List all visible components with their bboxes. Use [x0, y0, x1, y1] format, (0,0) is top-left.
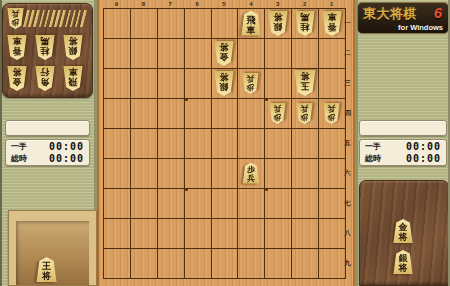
board-cell[interactable] [238, 249, 265, 279]
star-point [185, 98, 188, 101]
file-label: 1 [318, 0, 345, 8]
board-cell[interactable] [158, 189, 185, 219]
file-label: 9 [103, 0, 130, 8]
gote-clock: 一手 00:00 総時 00:00 [5, 139, 90, 166]
board-cell[interactable] [212, 219, 239, 249]
board-cell[interactable] [158, 69, 185, 99]
board-cell[interactable] [131, 39, 158, 69]
shogi-piece-桂馬[interactable]: 桂馬 [295, 11, 315, 36]
board-cell[interactable] [292, 129, 319, 159]
shogi-piece-金将[interactable]: 金将 [393, 219, 413, 243]
shogi-piece-銀将[interactable]: 銀将 [268, 11, 288, 36]
board-cell[interactable] [131, 219, 158, 249]
board-cell[interactable] [238, 219, 265, 249]
board-cell[interactable] [104, 39, 131, 69]
board-cell[interactable] [238, 99, 265, 129]
board-cell[interactable] [265, 129, 292, 159]
board-cell[interactable] [104, 159, 131, 189]
board-cell[interactable] [104, 129, 131, 159]
shogi-piece-歩兵[interactable]: 歩兵 [323, 103, 340, 124]
board-cell[interactable] [319, 159, 346, 189]
file-label: 8 [130, 0, 157, 8]
star-point [265, 98, 268, 101]
star-point [265, 188, 268, 191]
piece-box[interactable]: 王将 [8, 210, 97, 286]
board-cell[interactable] [158, 99, 185, 129]
gote-move-label: 一手 [11, 141, 27, 152]
board-cell[interactable] [319, 129, 346, 159]
shogi-piece-金将[interactable]: 金将 [214, 41, 234, 66]
board-cell[interactable] [104, 99, 131, 129]
board-cell[interactable] [265, 69, 292, 99]
shogi-piece-玉将[interactable]: 玉将 [294, 70, 316, 96]
board-cell[interactable] [212, 189, 239, 219]
board-cell[interactable] [212, 9, 239, 39]
board-cell[interactable] [131, 249, 158, 279]
shogi-piece-香車[interactable]: 香車 [7, 35, 27, 60]
shogi-piece-歩兵[interactable]: 歩兵 [242, 73, 259, 94]
board-cell[interactable] [265, 219, 292, 249]
board-cell[interactable] [319, 189, 346, 219]
board-cell[interactable] [292, 249, 319, 279]
board-cell[interactable] [319, 69, 346, 99]
board-cell[interactable] [238, 189, 265, 219]
board-cell[interactable] [292, 189, 319, 219]
board-cell[interactable] [212, 99, 239, 129]
sente-hand-tray[interactable]: 金将銀将 [359, 180, 449, 286]
board-cell[interactable] [265, 159, 292, 189]
board-cell[interactable] [265, 189, 292, 219]
shogi-piece-桂馬[interactable]: 桂馬 [35, 35, 55, 60]
sente-move-time: 00:00 [406, 141, 441, 152]
gote-total-label: 総時 [11, 153, 27, 164]
board-cell[interactable] [158, 9, 185, 39]
board-cell[interactable] [185, 189, 212, 219]
logo-version: 6 [434, 4, 442, 21]
board-cell[interactable] [265, 249, 292, 279]
board-cell[interactable] [319, 249, 346, 279]
shogi-piece-王将[interactable]: 王将 [36, 257, 57, 282]
gote-total-time: 00:00 [49, 153, 84, 164]
gote-name-plate [5, 120, 90, 136]
shogi-piece-飛車[interactable]: 飛車 [241, 11, 261, 36]
board-cell[interactable] [158, 219, 185, 249]
board-cell[interactable] [265, 39, 292, 69]
board-cell[interactable] [185, 9, 212, 39]
shogi-piece-香車[interactable]: 香車 [322, 11, 342, 36]
shogi-piece-銀将[interactable]: 銀将 [393, 250, 413, 274]
file-label: 7 [157, 0, 184, 8]
sente-name-plate [359, 120, 447, 136]
board-cell[interactable] [131, 129, 158, 159]
shogi-piece-歩兵[interactable]: 歩兵 [269, 103, 286, 124]
board-cell[interactable] [212, 159, 239, 189]
board-cell[interactable] [292, 159, 319, 189]
shogi-piece-銀将[interactable]: 銀将 [214, 71, 234, 96]
file-labels: 987654321 [103, 0, 345, 8]
board-cell[interactable] [158, 39, 185, 69]
shogi-piece-歩兵[interactable]: 歩兵 [7, 8, 24, 29]
shogi-piece-歩兵[interactable]: 歩兵 [296, 103, 313, 124]
board-cell[interactable] [104, 69, 131, 99]
board-cell[interactable] [185, 129, 212, 159]
shogi-piece-飛車[interactable]: 飛車 [63, 66, 83, 91]
board-cell[interactable] [212, 129, 239, 159]
board-cell[interactable] [185, 249, 212, 279]
board-cell[interactable] [212, 249, 239, 279]
board-cell[interactable] [238, 39, 265, 69]
shogi-board-panel: 987654321 一二三四五六七八九 飛車銀将桂馬香車金将銀将歩兵玉将歩兵歩兵… [97, 0, 355, 286]
board-cell[interactable] [104, 9, 131, 39]
star-point [185, 188, 188, 191]
board-cell[interactable] [131, 9, 158, 39]
board-cell[interactable] [158, 159, 185, 189]
sente-total-label: 総時 [365, 153, 381, 164]
board-cell[interactable] [185, 69, 212, 99]
shogi-piece-銀将[interactable]: 銀将 [63, 35, 83, 60]
board-cell[interactable] [292, 219, 319, 249]
logo-subtitle: for Windows [398, 23, 443, 32]
sente-clock: 一手 00:00 総時 00:00 [359, 139, 447, 166]
gote-move-time: 00:00 [49, 141, 84, 152]
board-cell[interactable] [131, 189, 158, 219]
file-label: 6 [184, 0, 211, 8]
board-cell[interactable] [292, 39, 319, 69]
board-cell[interactable] [104, 219, 131, 249]
board-cell[interactable] [104, 249, 131, 279]
shogi-piece-金将[interactable]: 金将 [7, 66, 27, 91]
app-logo: 東大将棋 6 for Windows [357, 2, 449, 34]
board-cell[interactable] [131, 159, 158, 189]
board-cell[interactable] [131, 99, 158, 129]
gote-hand-tray[interactable]: 歩兵香車桂馬銀将金将角行飛車 [2, 3, 93, 98]
board-cell[interactable] [185, 39, 212, 69]
shogi-piece-歩兵[interactable]: 歩兵 [242, 163, 259, 184]
app-window: 987654321 一二三四五六七八九 飛車銀将桂馬香車金将銀将歩兵玉将歩兵歩兵… [0, 0, 450, 286]
board-cell[interactable] [238, 129, 265, 159]
board-cell[interactable] [319, 219, 346, 249]
board-cell[interactable] [131, 69, 158, 99]
board-cell[interactable] [319, 39, 346, 69]
board-cell[interactable] [185, 159, 212, 189]
board-cell[interactable] [158, 129, 185, 159]
board-cell[interactable] [104, 189, 131, 219]
file-label: 5 [211, 0, 238, 8]
board-cell[interactable] [158, 249, 185, 279]
logo-title: 東大将棋 [363, 5, 417, 23]
gote-pawn-stack[interactable] [22, 10, 93, 27]
board-cell[interactable] [185, 219, 212, 249]
sente-total-time: 00:00 [406, 153, 441, 164]
file-label: 3 [264, 0, 291, 8]
board-cell[interactable] [185, 99, 212, 129]
file-label: 4 [237, 0, 264, 8]
file-label: 2 [291, 0, 318, 8]
sente-move-label: 一手 [365, 141, 381, 152]
shogi-piece-角行[interactable]: 角行 [35, 66, 55, 91]
